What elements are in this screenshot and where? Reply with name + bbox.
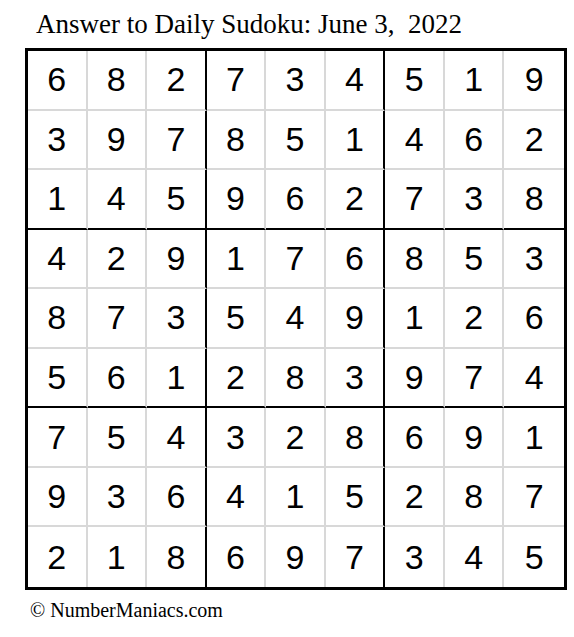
sudoku-grid: 6827345193978514621459627384291768538735… xyxy=(25,48,567,590)
sudoku-cell-r7c2: 5 xyxy=(88,408,148,468)
sudoku-cell-r4c8: 5 xyxy=(445,230,505,290)
sudoku-cell-r4c3: 9 xyxy=(147,230,207,290)
sudoku-cell-r3c6: 2 xyxy=(326,170,386,230)
sudoku-cell-r2c5: 5 xyxy=(266,111,326,171)
sudoku-cell-r6c9: 4 xyxy=(504,349,564,409)
sudoku-cell-r3c9: 8 xyxy=(504,170,564,230)
sudoku-cell-r6c8: 7 xyxy=(445,349,505,409)
sudoku-cell-r6c1: 5 xyxy=(28,349,88,409)
sudoku-cell-r6c3: 1 xyxy=(147,349,207,409)
sudoku-cell-r1c8: 1 xyxy=(445,51,505,111)
sudoku-cell-r2c4: 8 xyxy=(207,111,267,171)
sudoku-cell-r5c9: 6 xyxy=(504,289,564,349)
sudoku-cell-r4c2: 2 xyxy=(88,230,148,290)
sudoku-cell-r9c8: 4 xyxy=(445,527,505,587)
sudoku-cell-r3c7: 7 xyxy=(385,170,445,230)
sudoku-cell-r5c4: 5 xyxy=(207,289,267,349)
sudoku-cell-r7c7: 6 xyxy=(385,408,445,468)
sudoku-cell-r5c1: 8 xyxy=(28,289,88,349)
sudoku-cell-r6c2: 6 xyxy=(88,349,148,409)
sudoku-cell-r2c2: 9 xyxy=(88,111,148,171)
sudoku-cell-r9c1: 2 xyxy=(28,527,88,587)
sudoku-cell-r1c2: 8 xyxy=(88,51,148,111)
sudoku-cell-r5c8: 2 xyxy=(445,289,505,349)
sudoku-cell-r5c5: 4 xyxy=(266,289,326,349)
sudoku-cell-r9c2: 1 xyxy=(88,527,148,587)
sudoku-cell-r9c3: 8 xyxy=(147,527,207,587)
sudoku-cell-r8c7: 2 xyxy=(385,468,445,528)
sudoku-cell-r6c5: 8 xyxy=(266,349,326,409)
sudoku-cell-r8c9: 7 xyxy=(504,468,564,528)
sudoku-cell-r9c7: 3 xyxy=(385,527,445,587)
sudoku-cell-r9c6: 7 xyxy=(326,527,386,587)
sudoku-cell-r4c6: 6 xyxy=(326,230,386,290)
sudoku-cell-r3c3: 5 xyxy=(147,170,207,230)
sudoku-cell-r5c3: 3 xyxy=(147,289,207,349)
sudoku-cell-r3c1: 1 xyxy=(28,170,88,230)
sudoku-cell-r5c6: 9 xyxy=(326,289,386,349)
sudoku-cell-r9c9: 5 xyxy=(504,527,564,587)
sudoku-cell-r7c9: 1 xyxy=(504,408,564,468)
sudoku-cell-r4c4: 1 xyxy=(207,230,267,290)
sudoku-cell-r8c1: 9 xyxy=(28,468,88,528)
sudoku-cell-r8c2: 3 xyxy=(88,468,148,528)
sudoku-cell-r3c2: 4 xyxy=(88,170,148,230)
sudoku-cell-r4c1: 4 xyxy=(28,230,88,290)
sudoku-cell-r7c1: 7 xyxy=(28,408,88,468)
sudoku-page: Answer to Daily Sudoku: June 3, 2022 682… xyxy=(0,0,574,637)
sudoku-cell-r4c7: 8 xyxy=(385,230,445,290)
sudoku-cell-r5c2: 7 xyxy=(88,289,148,349)
sudoku-cell-r8c6: 5 xyxy=(326,468,386,528)
sudoku-cell-r7c6: 8 xyxy=(326,408,386,468)
sudoku-cell-r7c8: 9 xyxy=(445,408,505,468)
sudoku-cell-r7c3: 4 xyxy=(147,408,207,468)
page-title: Answer to Daily Sudoku: June 3, 2022 xyxy=(36,9,462,40)
sudoku-cell-r4c9: 3 xyxy=(504,230,564,290)
sudoku-cell-r1c4: 7 xyxy=(207,51,267,111)
sudoku-cell-r9c5: 9 xyxy=(266,527,326,587)
sudoku-cell-r2c9: 2 xyxy=(504,111,564,171)
sudoku-cell-r1c6: 4 xyxy=(326,51,386,111)
sudoku-cell-r1c5: 3 xyxy=(266,51,326,111)
copyright-text: © NumberManiacs.com xyxy=(30,599,223,622)
sudoku-cell-r2c8: 6 xyxy=(445,111,505,171)
sudoku-cell-r1c3: 2 xyxy=(147,51,207,111)
sudoku-cell-r7c5: 2 xyxy=(266,408,326,468)
sudoku-cell-r2c1: 3 xyxy=(28,111,88,171)
sudoku-cell-r6c6: 3 xyxy=(326,349,386,409)
sudoku-cell-r3c5: 6 xyxy=(266,170,326,230)
sudoku-cell-r1c1: 6 xyxy=(28,51,88,111)
sudoku-cell-r8c8: 8 xyxy=(445,468,505,528)
sudoku-cell-r5c7: 1 xyxy=(385,289,445,349)
sudoku-cell-r4c5: 7 xyxy=(266,230,326,290)
sudoku-cell-r9c4: 6 xyxy=(207,527,267,587)
sudoku-cell-r3c8: 3 xyxy=(445,170,505,230)
sudoku-cell-r6c7: 9 xyxy=(385,349,445,409)
sudoku-cell-r2c3: 7 xyxy=(147,111,207,171)
sudoku-cell-r8c4: 4 xyxy=(207,468,267,528)
sudoku-cell-r7c4: 3 xyxy=(207,408,267,468)
sudoku-cell-r2c6: 1 xyxy=(326,111,386,171)
sudoku-cell-r1c9: 9 xyxy=(504,51,564,111)
sudoku-cell-r2c7: 4 xyxy=(385,111,445,171)
sudoku-cell-r8c3: 6 xyxy=(147,468,207,528)
sudoku-cell-r1c7: 5 xyxy=(385,51,445,111)
sudoku-cell-r3c4: 9 xyxy=(207,170,267,230)
sudoku-cell-r6c4: 2 xyxy=(207,349,267,409)
sudoku-cell-r8c5: 1 xyxy=(266,468,326,528)
